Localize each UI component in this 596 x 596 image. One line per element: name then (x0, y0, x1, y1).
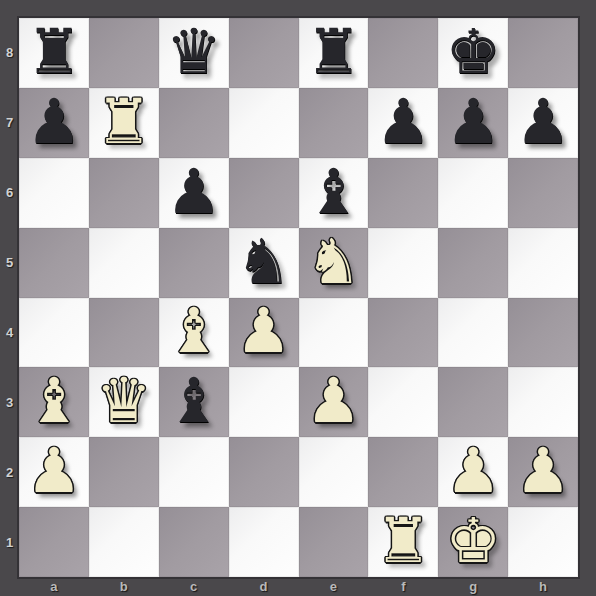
square-b5[interactable] (89, 228, 159, 298)
square-g6[interactable] (438, 158, 508, 228)
rank-label-5: 5 (0, 228, 19, 298)
square-g7[interactable]: ♟ (438, 88, 508, 158)
square-e3[interactable]: ♟ (299, 367, 369, 437)
square-d3[interactable] (229, 367, 299, 437)
square-f3[interactable] (368, 367, 438, 437)
square-d6[interactable] (229, 158, 299, 228)
black-pawn-h7[interactable]: ♟ (515, 91, 571, 153)
black-bishop-c3[interactable]: ♝ (166, 370, 222, 432)
square-h5[interactable] (508, 228, 578, 298)
square-h2[interactable]: ♟ (508, 437, 578, 507)
file-label-g: g (438, 577, 508, 596)
file-label-d: d (229, 577, 299, 596)
square-b1[interactable] (89, 507, 159, 577)
square-g2[interactable]: ♟ (438, 437, 508, 507)
square-a8[interactable]: ♜ (19, 18, 89, 88)
square-h8[interactable] (508, 18, 578, 88)
rank-label-4: 4 (0, 298, 19, 368)
chess-app-window: { "game": "chess", "position": { "fen": … (0, 0, 596, 596)
rank-label-8: 8 (0, 18, 19, 88)
square-c1[interactable] (159, 507, 229, 577)
white-king-g1[interactable]: ♚ (445, 510, 501, 572)
white-pawn-h2[interactable]: ♟ (515, 440, 571, 502)
square-b2[interactable] (89, 437, 159, 507)
square-g8[interactable]: ♚ (438, 18, 508, 88)
square-e6[interactable]: ♝ (299, 158, 369, 228)
square-g4[interactable] (438, 298, 508, 368)
square-h3[interactable] (508, 367, 578, 437)
black-rook-e8[interactable]: ♜ (306, 21, 362, 83)
white-pawn-a2[interactable]: ♟ (26, 440, 82, 502)
file-label-b: b (89, 577, 159, 596)
white-knight-e5[interactable]: ♞ (306, 231, 362, 293)
rank-label-2: 2 (0, 437, 19, 507)
black-pawn-f7[interactable]: ♟ (376, 91, 432, 153)
square-g1[interactable]: ♚ (438, 507, 508, 577)
square-g3[interactable] (438, 367, 508, 437)
black-knight-d5[interactable]: ♞ (236, 231, 292, 293)
square-b3[interactable]: ♛ (89, 367, 159, 437)
file-label-f: f (368, 577, 438, 596)
black-rook-a8[interactable]: ♜ (26, 21, 82, 83)
square-f2[interactable] (368, 437, 438, 507)
white-pawn-d4[interactable]: ♟ (236, 300, 292, 362)
square-a7[interactable]: ♟ (19, 88, 89, 158)
square-e4[interactable] (299, 298, 369, 368)
square-h4[interactable] (508, 298, 578, 368)
square-f8[interactable] (368, 18, 438, 88)
square-h6[interactable] (508, 158, 578, 228)
rank-label-7: 7 (0, 88, 19, 158)
white-queen-b3[interactable]: ♛ (96, 370, 152, 432)
chess-board: ♜♛♜♚♟♜♟♟♟♟♝♞♞♝♟♝♛♝♟♟♟♟♜♚ (19, 18, 578, 577)
square-b6[interactable] (89, 158, 159, 228)
white-rook-b7[interactable]: ♜ (96, 91, 152, 153)
square-h7[interactable]: ♟ (508, 88, 578, 158)
rank-label-6: 6 (0, 158, 19, 228)
square-f4[interactable] (368, 298, 438, 368)
file-label-h: h (508, 577, 578, 596)
file-label-a: a (19, 577, 89, 596)
square-a5[interactable] (19, 228, 89, 298)
square-g5[interactable] (438, 228, 508, 298)
square-c3[interactable]: ♝ (159, 367, 229, 437)
white-pawn-g2[interactable]: ♟ (445, 440, 501, 502)
square-b7[interactable]: ♜ (89, 88, 159, 158)
square-f1[interactable]: ♜ (368, 507, 438, 577)
square-d5[interactable]: ♞ (229, 228, 299, 298)
square-a6[interactable] (19, 158, 89, 228)
square-c6[interactable]: ♟ (159, 158, 229, 228)
white-rook-f1[interactable]: ♜ (376, 510, 432, 572)
square-b4[interactable] (89, 298, 159, 368)
black-pawn-g7[interactable]: ♟ (445, 91, 501, 153)
square-e8[interactable]: ♜ (299, 18, 369, 88)
square-f7[interactable]: ♟ (368, 88, 438, 158)
square-a3[interactable]: ♝ (19, 367, 89, 437)
square-b8[interactable] (89, 18, 159, 88)
square-c5[interactable] (159, 228, 229, 298)
white-bishop-c4[interactable]: ♝ (166, 300, 222, 362)
white-pawn-e3[interactable]: ♟ (306, 370, 362, 432)
square-c8[interactable]: ♛ (159, 18, 229, 88)
square-d2[interactable] (229, 437, 299, 507)
black-king-g8[interactable]: ♚ (445, 21, 501, 83)
square-d4[interactable]: ♟ (229, 298, 299, 368)
black-bishop-e6[interactable]: ♝ (306, 161, 362, 223)
square-d7[interactable] (229, 88, 299, 158)
black-pawn-c6[interactable]: ♟ (166, 161, 222, 223)
square-d1[interactable] (229, 507, 299, 577)
square-h1[interactable] (508, 507, 578, 577)
square-e5[interactable]: ♞ (299, 228, 369, 298)
square-e7[interactable] (299, 88, 369, 158)
rank-label-1: 1 (0, 507, 19, 577)
file-label-e: e (299, 577, 369, 596)
square-f5[interactable] (368, 228, 438, 298)
rank-label-3: 3 (0, 367, 19, 437)
square-a2[interactable]: ♟ (19, 437, 89, 507)
square-c2[interactable] (159, 437, 229, 507)
file-label-c: c (159, 577, 229, 596)
square-d8[interactable] (229, 18, 299, 88)
square-a4[interactable] (19, 298, 89, 368)
square-f6[interactable] (368, 158, 438, 228)
white-bishop-a3[interactable]: ♝ (26, 370, 82, 432)
square-e1[interactable] (299, 507, 369, 577)
square-c4[interactable]: ♝ (159, 298, 229, 368)
black-pawn-a7[interactable]: ♟ (26, 91, 82, 153)
square-e2[interactable] (299, 437, 369, 507)
square-c7[interactable] (159, 88, 229, 158)
black-queen-c8[interactable]: ♛ (166, 21, 222, 83)
square-a1[interactable] (19, 507, 89, 577)
